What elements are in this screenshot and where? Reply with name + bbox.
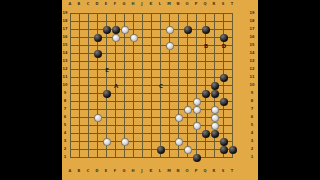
col-label-bottom: G bbox=[121, 169, 127, 173]
col-label-bottom: L bbox=[157, 169, 163, 173]
grid-line-horizontal bbox=[70, 101, 233, 102]
black-stone bbox=[202, 90, 210, 98]
col-label-top: R bbox=[211, 2, 217, 6]
col-label-bottom: A bbox=[67, 169, 73, 173]
white-stone bbox=[211, 122, 219, 130]
row-label-right: 4 bbox=[249, 131, 255, 135]
col-label-top: M bbox=[166, 2, 172, 6]
left-black-bar bbox=[0, 0, 62, 180]
col-label-bottom: S bbox=[220, 169, 226, 173]
grid-line-horizontal bbox=[70, 109, 233, 110]
col-label-top: A bbox=[67, 2, 73, 6]
marker-label-D[interactable]: D bbox=[221, 43, 227, 48]
row-label-left: 10 bbox=[62, 83, 68, 87]
white-stone bbox=[121, 26, 129, 34]
col-label-bottom: F bbox=[112, 169, 118, 173]
row-label-right: 8 bbox=[249, 99, 255, 103]
black-stone bbox=[184, 26, 192, 34]
black-stone bbox=[112, 26, 120, 34]
grid-line-horizontal bbox=[70, 157, 233, 158]
row-label-left: 13 bbox=[62, 59, 68, 63]
black-stone bbox=[202, 130, 210, 138]
col-label-bottom: N bbox=[175, 169, 181, 173]
right-black-bar bbox=[258, 0, 320, 180]
black-stone bbox=[220, 34, 228, 42]
white-stone bbox=[175, 114, 183, 122]
grid-line-horizontal bbox=[70, 61, 233, 62]
white-stone bbox=[166, 42, 174, 50]
white-stone bbox=[211, 114, 219, 122]
black-stone bbox=[229, 146, 237, 154]
white-stone bbox=[121, 138, 129, 146]
row-label-right: 1 bbox=[249, 155, 255, 159]
col-label-bottom: Q bbox=[202, 169, 208, 173]
grid-line-horizontal bbox=[70, 21, 233, 22]
col-label-top: H bbox=[130, 2, 136, 6]
grid-line-horizontal bbox=[70, 13, 233, 14]
black-stone bbox=[220, 98, 228, 106]
black-stone bbox=[103, 26, 111, 34]
row-label-right: 2 bbox=[249, 147, 255, 151]
black-stone bbox=[211, 90, 219, 98]
row-label-right: 12 bbox=[249, 67, 255, 71]
row-label-left: 11 bbox=[62, 75, 68, 79]
black-stone bbox=[157, 146, 165, 154]
row-label-right: 16 bbox=[249, 35, 255, 39]
col-label-bottom: D bbox=[94, 169, 100, 173]
white-stone bbox=[103, 138, 111, 146]
black-stone bbox=[220, 138, 228, 146]
grid-line-horizontal bbox=[70, 149, 233, 150]
white-stone bbox=[94, 114, 102, 122]
row-label-right: 14 bbox=[249, 51, 255, 55]
row-label-left: 4 bbox=[62, 131, 68, 135]
col-label-top: E bbox=[103, 2, 109, 6]
col-label-bottom: C bbox=[85, 169, 91, 173]
row-label-right: 11 bbox=[249, 75, 255, 79]
col-label-bottom: B bbox=[76, 169, 82, 173]
col-label-bottom: T bbox=[229, 169, 235, 173]
col-label-top: F bbox=[112, 2, 118, 6]
white-stone bbox=[130, 34, 138, 42]
col-label-bottom: M bbox=[166, 169, 172, 173]
row-label-left: 7 bbox=[62, 107, 68, 111]
col-label-top: L bbox=[157, 2, 163, 6]
col-label-top: T bbox=[229, 2, 235, 6]
col-label-bottom: K bbox=[148, 169, 154, 173]
white-stone bbox=[184, 146, 192, 154]
white-stone bbox=[211, 106, 219, 114]
row-label-right: 5 bbox=[249, 123, 255, 127]
col-label-top: Q bbox=[202, 2, 208, 6]
row-label-left: 6 bbox=[62, 115, 68, 119]
black-stone bbox=[103, 90, 111, 98]
col-label-top: C bbox=[85, 2, 91, 6]
black-stone bbox=[94, 50, 102, 58]
col-label-top: D bbox=[94, 2, 100, 6]
black-stone bbox=[193, 154, 201, 162]
col-label-top: P bbox=[193, 2, 199, 6]
grid-line-horizontal bbox=[70, 69, 233, 70]
row-label-right: 13 bbox=[249, 59, 255, 63]
col-label-bottom: H bbox=[130, 169, 136, 173]
row-label-left: 18 bbox=[62, 19, 68, 23]
row-label-left: 17 bbox=[62, 27, 68, 31]
row-label-left: 12 bbox=[62, 67, 68, 71]
grid-line-horizontal bbox=[70, 141, 233, 142]
row-label-right: 10 bbox=[249, 83, 255, 87]
marker-label-B[interactable]: B bbox=[203, 43, 209, 48]
col-label-bottom: P bbox=[193, 169, 199, 173]
row-label-left: 9 bbox=[62, 91, 68, 95]
col-label-top: G bbox=[121, 2, 127, 6]
white-stone bbox=[112, 34, 120, 42]
row-label-left: 8 bbox=[62, 99, 68, 103]
row-label-left: 14 bbox=[62, 51, 68, 55]
col-label-top: S bbox=[220, 2, 226, 6]
marker-label-E[interactable]: E bbox=[104, 67, 110, 72]
go-board[interactable]: AABBCCDDEEFFGGHHJJKKLLMMNNOOPPQQRRSSTT19… bbox=[62, 0, 258, 180]
white-stone bbox=[193, 106, 201, 114]
row-label-left: 16 bbox=[62, 35, 68, 39]
row-label-right: 18 bbox=[249, 19, 255, 23]
white-stone bbox=[193, 122, 201, 130]
row-label-right: 9 bbox=[249, 91, 255, 95]
row-label-left: 15 bbox=[62, 43, 68, 47]
black-stone bbox=[220, 146, 228, 154]
col-label-top: B bbox=[76, 2, 82, 6]
row-label-left: 1 bbox=[62, 155, 68, 159]
marker-label-C[interactable]: C bbox=[158, 83, 164, 88]
white-stone bbox=[175, 138, 183, 146]
black-stone bbox=[220, 74, 228, 82]
row-label-right: 17 bbox=[249, 27, 255, 31]
col-label-bottom: E bbox=[103, 169, 109, 173]
col-label-top: J bbox=[139, 2, 145, 6]
black-stone bbox=[202, 26, 210, 34]
col-label-bottom: O bbox=[184, 169, 190, 173]
col-label-top: K bbox=[148, 2, 154, 6]
white-stone bbox=[166, 26, 174, 34]
screenshot: AABBCCDDEEFFGGHHJJKKLLMMNNOOPPQQRRSSTT19… bbox=[0, 0, 320, 180]
row-label-right: 15 bbox=[249, 43, 255, 47]
row-label-right: 19 bbox=[249, 11, 255, 15]
row-label-right: 7 bbox=[249, 107, 255, 111]
row-label-left: 19 bbox=[62, 11, 68, 15]
col-label-bottom: R bbox=[211, 169, 217, 173]
grid-line-horizontal bbox=[70, 77, 233, 78]
grid-line-horizontal bbox=[70, 85, 233, 86]
row-label-right: 3 bbox=[249, 139, 255, 143]
black-stone bbox=[211, 130, 219, 138]
black-stone bbox=[211, 82, 219, 90]
row-label-left: 3 bbox=[62, 139, 68, 143]
marker-label-A[interactable]: A bbox=[113, 83, 119, 88]
white-stone bbox=[193, 98, 201, 106]
white-stone bbox=[184, 106, 192, 114]
grid-line-horizontal bbox=[70, 125, 233, 126]
row-label-left: 2 bbox=[62, 147, 68, 151]
black-stone bbox=[94, 34, 102, 42]
col-label-bottom: J bbox=[139, 169, 145, 173]
col-label-top: O bbox=[184, 2, 190, 6]
row-label-left: 5 bbox=[62, 123, 68, 127]
col-label-top: N bbox=[175, 2, 181, 6]
row-label-right: 6 bbox=[249, 115, 255, 119]
